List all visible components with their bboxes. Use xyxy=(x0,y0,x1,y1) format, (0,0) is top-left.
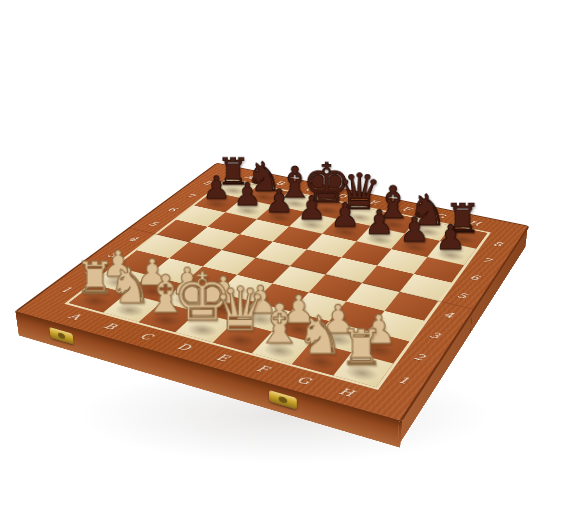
piece-black-pawn: ♟ xyxy=(399,213,429,247)
brass-latch-right xyxy=(269,390,297,410)
brass-latch-left xyxy=(50,327,74,345)
case-seam xyxy=(470,309,473,334)
piece-black-pawn: ♟ xyxy=(233,179,262,211)
piece-white-rook: ♜ xyxy=(339,323,383,372)
piece-black-pawn: ♟ xyxy=(330,199,360,232)
piece-black-pawn: ♟ xyxy=(297,192,326,225)
piece-black-pawn: ♟ xyxy=(364,206,394,239)
piece-black-pawn: ♟ xyxy=(435,221,466,255)
piece-white-knight: ♞ xyxy=(296,308,344,361)
piece-black-pawn: ♟ xyxy=(202,172,230,203)
chess-set-photo: ♜♞♝♚♛♝♞♜♟♟♟♟♟♟♟♟♟♟♟♟♟♟♟♟♜♞♝♚♛♝♞♜ ABCDEFG… xyxy=(0,0,568,532)
piece-black-pawn: ♟ xyxy=(264,185,293,217)
